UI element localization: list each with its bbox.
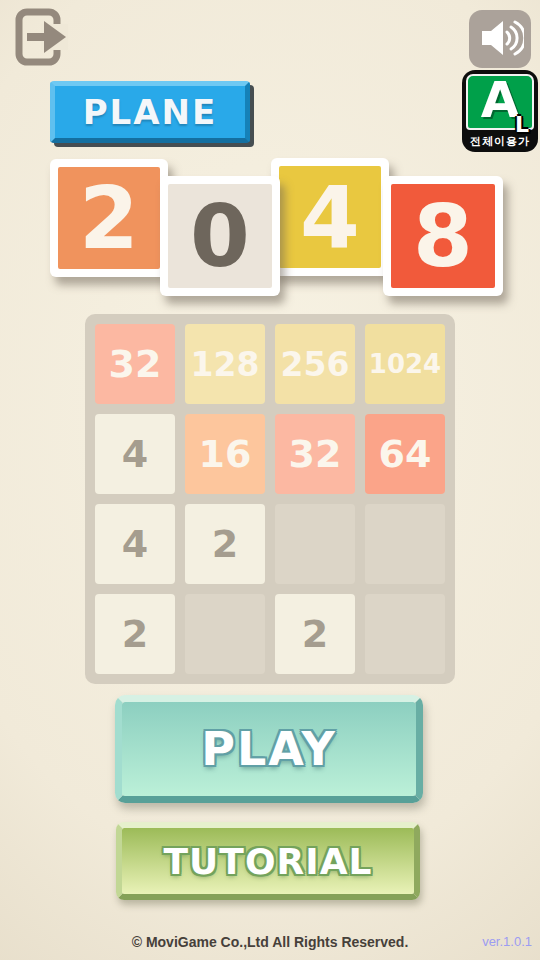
logo-tile-4: 4 bbox=[271, 158, 389, 276]
speaker-icon bbox=[476, 16, 524, 63]
age-rating-badge: A L 전체이용가 bbox=[462, 70, 538, 152]
game-menu-screen: A L 전체이용가 PLANE 2 0 4 8 3212825610244163… bbox=[0, 0, 540, 960]
board-tile-2: 2 bbox=[95, 594, 175, 674]
logo-digit: 4 bbox=[279, 166, 381, 268]
mode-button-plane[interactable]: PLANE bbox=[50, 81, 250, 143]
board-tile-4: 4 bbox=[95, 414, 175, 494]
sound-button[interactable] bbox=[469, 10, 531, 68]
board-tile-128: 128 bbox=[185, 324, 265, 404]
game-board-preview: 32128256102441632644222 bbox=[85, 314, 455, 684]
mode-button-label: PLANE bbox=[83, 92, 218, 132]
version-text: ver.1.0.1 bbox=[482, 934, 532, 949]
rating-label: 전체이용가 bbox=[462, 134, 538, 149]
copyright-text: © MoviGame Co.,Ltd All Rights Reserved. bbox=[0, 934, 540, 950]
board-tile-2: 2 bbox=[275, 594, 355, 674]
board-tile-4: 4 bbox=[95, 504, 175, 584]
logo-tile-0: 0 bbox=[160, 176, 280, 296]
logo-digit: 0 bbox=[168, 184, 272, 288]
board-cell-empty bbox=[185, 594, 265, 674]
board-tile-2: 2 bbox=[185, 504, 265, 584]
board-tile-1024: 1024 bbox=[365, 324, 445, 404]
tutorial-button-label: TUTORIAL bbox=[164, 841, 373, 882]
board-tile-64: 64 bbox=[365, 414, 445, 494]
play-button-label: PLAY bbox=[201, 722, 337, 776]
board-tile-16: 16 bbox=[185, 414, 265, 494]
rating-sub-letter: L bbox=[515, 114, 529, 136]
board-cell-empty bbox=[275, 504, 355, 584]
board-cell-empty bbox=[365, 504, 445, 584]
logo-digit: 2 bbox=[58, 167, 160, 269]
logo-digit: 8 bbox=[391, 184, 495, 288]
board-tile-32: 32 bbox=[275, 414, 355, 494]
logo-tile-8: 8 bbox=[383, 176, 503, 296]
exit-button[interactable] bbox=[14, 8, 68, 66]
logo-tile-2: 2 bbox=[50, 159, 168, 277]
tutorial-button[interactable]: TUTORIAL bbox=[116, 822, 420, 900]
board-tile-32: 32 bbox=[95, 324, 175, 404]
board-tile-256: 256 bbox=[275, 324, 355, 404]
board-cell-empty bbox=[365, 594, 445, 674]
rating-green-field: A L bbox=[466, 74, 534, 130]
exit-icon bbox=[14, 54, 68, 69]
play-button[interactable]: PLAY bbox=[115, 695, 423, 803]
